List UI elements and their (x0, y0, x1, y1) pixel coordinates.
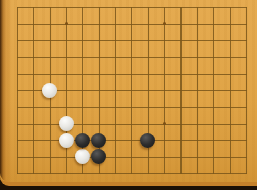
star-point-10-4 (163, 122, 166, 125)
white-stone-C6 (42, 83, 57, 98)
star-point-4-10 (65, 22, 68, 25)
black-stone-E3 (75, 133, 90, 148)
star-point-10-10 (163, 22, 166, 25)
app-background (0, 0, 257, 190)
go-board[interactable] (0, 0, 257, 186)
black-stone-F3 (91, 133, 106, 148)
black-stone-J3 (140, 133, 155, 148)
white-stone-D4 (59, 116, 74, 131)
white-stone-D3 (59, 133, 74, 148)
